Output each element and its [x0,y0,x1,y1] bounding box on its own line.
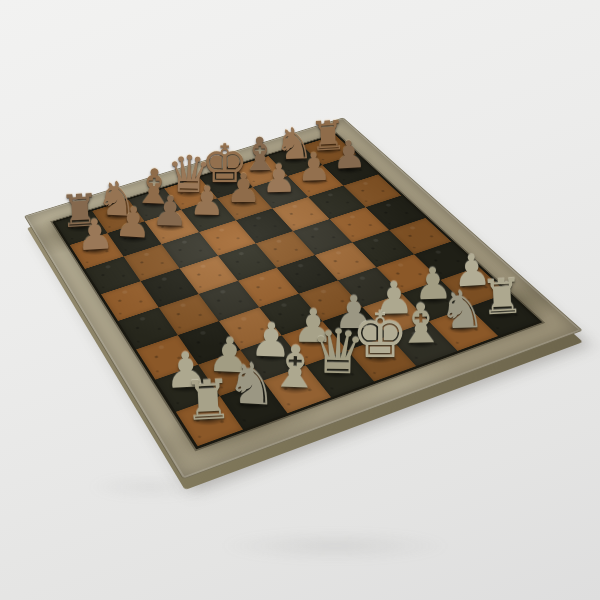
floor-scuff-shadow [170,525,500,567]
photo-scene: ♜♞♝♛♚♝♞♜♟♟♟♟♟♟♟♟♟♟♟♟♟♟♟♟♜♞♝♛♚♝♞♜ [0,0,600,600]
chessboard-frame [24,118,583,480]
chessboard-playing-area [52,133,542,449]
chessboard-squares [55,135,538,446]
